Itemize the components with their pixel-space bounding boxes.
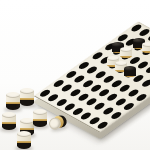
product-photo-scene (0, 0, 150, 150)
cream-face (20, 118, 34, 124)
loose-disc[interactable] (20, 88, 34, 108)
black-half (2, 123, 16, 130)
disc-face (124, 66, 136, 71)
cream-face (20, 88, 34, 94)
white-disc[interactable] (142, 42, 150, 53)
loose-disc[interactable] (2, 112, 16, 132)
white-disc[interactable] (120, 47, 132, 58)
loose-disc[interactable] (6, 92, 20, 112)
tipped-disc[interactable] (48, 114, 70, 133)
board-hole[interactable] (140, 79, 150, 88)
black-disc[interactable] (124, 66, 136, 77)
black-half (17, 142, 31, 149)
cream-face (33, 109, 47, 115)
black-half (33, 120, 47, 127)
loose-disc[interactable] (33, 109, 47, 129)
cream-face (17, 131, 31, 137)
cream-face (6, 92, 20, 98)
loose-disc[interactable] (17, 131, 31, 150)
black-half (20, 99, 34, 106)
cream-face (2, 112, 16, 118)
